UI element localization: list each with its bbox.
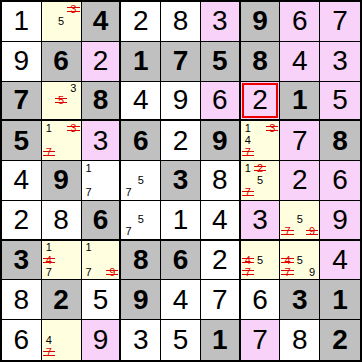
candidate-5: 5 bbox=[294, 254, 306, 266]
candidate-1: 1 bbox=[83, 162, 95, 174]
solved-digit: 8 bbox=[173, 7, 189, 35]
struck-candidate-7: 7 bbox=[242, 266, 254, 278]
struck-candidate-5: 5 bbox=[55, 94, 67, 106]
struck-candidate-3: 3 bbox=[67, 122, 79, 134]
candidate-1: 1 bbox=[83, 242, 95, 254]
candidate-1: 1 bbox=[242, 162, 254, 174]
cell-r1c3[interactable]: 4 bbox=[82, 2, 122, 42]
given-digit: 1 bbox=[292, 86, 308, 114]
cell-r8c9[interactable]: 1 bbox=[320, 280, 360, 320]
given-digit: 5 bbox=[14, 127, 30, 155]
solved-digit: 2 bbox=[93, 47, 109, 75]
struck-candidate-3: 3 bbox=[266, 122, 278, 134]
cell-r8c4[interactable]: 9 bbox=[121, 280, 161, 320]
solved-digit: 2 bbox=[252, 86, 268, 114]
cell-r9c8[interactable]: 8 bbox=[280, 320, 320, 360]
solved-digit: 4 bbox=[212, 206, 228, 234]
candidate-grid: 35 bbox=[42, 2, 81, 41]
given-digit: 6 bbox=[53, 47, 69, 75]
given-digit: 6 bbox=[173, 246, 189, 274]
solved-digit: 9 bbox=[93, 326, 109, 354]
struck-candidate-4: 4 bbox=[281, 254, 293, 266]
solved-digit: 6 bbox=[14, 326, 30, 354]
candidate-4: 4 bbox=[43, 334, 55, 347]
candidate-grid: 1257 bbox=[241, 161, 280, 200]
given-digit: 3 bbox=[173, 166, 189, 194]
cell-r5c9[interactable]: 6 bbox=[320, 161, 360, 201]
cell-r9c4[interactable]: 3 bbox=[121, 320, 161, 360]
solved-digit: 3 bbox=[93, 127, 109, 155]
cell-r5c8[interactable]: 2 bbox=[280, 161, 320, 201]
solved-digit: 9 bbox=[332, 206, 348, 234]
solved-digit: 4 bbox=[292, 47, 308, 75]
cell-r9c3[interactable]: 9 bbox=[82, 320, 122, 360]
solved-digit: 6 bbox=[332, 166, 348, 194]
cell-r8c7[interactable]: 6 bbox=[241, 280, 281, 320]
solved-digit: 3 bbox=[332, 47, 348, 75]
given-digit: 8 bbox=[332, 127, 348, 155]
cell-r4c7[interactable]: 1347 bbox=[241, 121, 281, 161]
cell-r6c2[interactable]: 8 bbox=[42, 201, 82, 241]
solved-digit: 4 bbox=[173, 286, 189, 314]
given-digit: 9 bbox=[133, 286, 149, 314]
cell-r2c7[interactable]: 8 bbox=[241, 42, 281, 82]
cell-r5c6[interactable]: 8 bbox=[201, 161, 241, 201]
struck-candidate-7: 7 bbox=[281, 266, 293, 278]
cell-r6c3[interactable]: 6 bbox=[82, 201, 122, 241]
given-digit: 1 bbox=[212, 326, 228, 354]
cell-r3c9[interactable]: 5 bbox=[320, 82, 360, 122]
cell-r7c7[interactable]: 457 bbox=[241, 241, 281, 281]
cell-r3c1[interactable]: 7 bbox=[2, 82, 42, 122]
given-digit: 7 bbox=[173, 47, 189, 75]
cell-r7c3[interactable]: 179 bbox=[82, 241, 122, 281]
given-digit: 3 bbox=[292, 286, 308, 314]
cell-r4c3[interactable]: 3 bbox=[82, 121, 122, 161]
candidate-5: 5 bbox=[254, 174, 266, 186]
solved-digit: 5 bbox=[332, 86, 348, 114]
solved-digit: 7 bbox=[212, 286, 228, 314]
cell-r6c5[interactable]: 1 bbox=[161, 201, 201, 241]
candidate-5: 5 bbox=[55, 15, 67, 27]
solved-digit: 6 bbox=[252, 286, 268, 314]
cell-r4c5[interactable]: 2 bbox=[161, 121, 201, 161]
solved-digit: 2 bbox=[133, 7, 149, 35]
cell-r2c5[interactable]: 7 bbox=[161, 42, 201, 82]
candidate-grid: 35 bbox=[42, 82, 81, 120]
solved-digit: 8 bbox=[212, 166, 228, 194]
solved-digit: 7 bbox=[292, 127, 308, 155]
candidate-grid: 17 bbox=[82, 161, 120, 200]
cell-r6c4[interactable]: 57 bbox=[121, 201, 161, 241]
cell-r5c2[interactable]: 9 bbox=[42, 161, 82, 201]
solved-digit: 2 bbox=[14, 206, 30, 234]
cell-r2c2[interactable]: 6 bbox=[42, 42, 82, 82]
struck-candidate-9: 9 bbox=[306, 226, 318, 238]
candidate-7: 7 bbox=[83, 266, 95, 278]
given-digit: 1 bbox=[332, 286, 348, 314]
candidate-1: 1 bbox=[43, 122, 55, 134]
candidate-grid: 457 bbox=[241, 241, 280, 280]
struck-candidate-4: 4 bbox=[242, 254, 254, 266]
cell-r3c5[interactable]: 9 bbox=[161, 82, 201, 122]
cell-r7c6[interactable]: 2 bbox=[201, 241, 241, 281]
given-digit: 2 bbox=[53, 286, 69, 314]
struck-candidate-7: 7 bbox=[43, 147, 55, 159]
solved-digit: 2 bbox=[173, 127, 189, 155]
struck-candidate-2: 2 bbox=[254, 162, 266, 174]
candidate-grid: 57 bbox=[121, 161, 160, 200]
cell-r4c4[interactable]: 6 bbox=[121, 121, 161, 161]
candidate-grid: 147 bbox=[42, 241, 81, 280]
candidate-5: 5 bbox=[254, 254, 266, 266]
cell-r7c2[interactable]: 147 bbox=[42, 241, 82, 281]
solved-digit: 9 bbox=[14, 47, 30, 75]
solved-digit: 3 bbox=[252, 206, 268, 234]
solved-digit: 8 bbox=[292, 326, 308, 354]
candidate-7: 7 bbox=[43, 266, 55, 278]
candidate-grid: 4579 bbox=[280, 241, 319, 280]
cell-r1c5[interactable]: 8 bbox=[161, 2, 201, 42]
cell-r7c5[interactable]: 6 bbox=[161, 241, 201, 281]
cell-r3c6[interactable]: 6 bbox=[201, 82, 241, 122]
cell-r1c9[interactable]: 7 bbox=[320, 2, 360, 42]
solved-digit: 3 bbox=[133, 326, 149, 354]
candidate-grid: 57 bbox=[121, 201, 160, 239]
cell-r3c8[interactable]: 1 bbox=[280, 82, 320, 122]
given-digit: 6 bbox=[93, 206, 109, 234]
solved-digit: 7 bbox=[252, 326, 268, 354]
solved-digit: 5 bbox=[173, 326, 189, 354]
candidate-5: 5 bbox=[294, 214, 306, 226]
solved-digit: 4 bbox=[332, 246, 348, 274]
cell-r9c6[interactable]: 1 bbox=[201, 320, 241, 360]
cell-r5c4[interactable]: 57 bbox=[121, 161, 161, 201]
candidate-7: 7 bbox=[122, 226, 134, 238]
cell-r1c2[interactable]: 35 bbox=[42, 2, 82, 42]
cell-r9c5[interactable]: 5 bbox=[161, 320, 201, 360]
cell-r6c1[interactable]: 2 bbox=[2, 201, 42, 241]
cell-r3c3[interactable]: 8 bbox=[82, 82, 122, 122]
cell-r1c1[interactable]: 1 bbox=[2, 2, 42, 42]
cell-r7c8[interactable]: 4579 bbox=[280, 241, 320, 281]
cell-r4c9[interactable]: 8 bbox=[320, 121, 360, 161]
given-digit: 5 bbox=[212, 47, 228, 75]
struck-candidate-7: 7 bbox=[43, 346, 55, 359]
cell-r2c4[interactable]: 1 bbox=[121, 42, 161, 82]
cell-r4c8[interactable]: 7 bbox=[280, 121, 320, 161]
solved-digit: 9 bbox=[173, 86, 189, 114]
solved-digit: 6 bbox=[292, 7, 308, 35]
given-digit: 3 bbox=[14, 246, 30, 274]
struck-candidate-4: 4 bbox=[43, 254, 55, 266]
solved-digit: 8 bbox=[14, 286, 30, 314]
candidate-grid: 179 bbox=[82, 241, 120, 280]
cell-r3c4[interactable]: 4 bbox=[121, 82, 161, 122]
struck-candidate-7: 7 bbox=[242, 147, 254, 159]
cell-r9c9[interactable]: 2 bbox=[320, 320, 360, 360]
given-digit: 2 bbox=[332, 326, 348, 354]
cell-r2c8[interactable]: 4 bbox=[280, 42, 320, 82]
cell-r1c4[interactable]: 2 bbox=[121, 2, 161, 42]
solved-digit: 4 bbox=[14, 166, 30, 194]
cell-r3c2[interactable]: 35 bbox=[42, 82, 82, 122]
solved-digit: 1 bbox=[173, 206, 189, 234]
solved-digit: 6 bbox=[212, 86, 228, 114]
cell-r2c9[interactable]: 3 bbox=[320, 42, 360, 82]
cell-r5c3[interactable]: 17 bbox=[82, 161, 122, 201]
cell-r9c2[interactable]: 47 bbox=[42, 320, 82, 360]
candidate-4: 4 bbox=[242, 135, 254, 147]
candidate-grid: 1347 bbox=[241, 121, 280, 160]
cell-r5c1[interactable]: 4 bbox=[2, 161, 42, 201]
solved-digit: 2 bbox=[292, 166, 308, 194]
candidate-grid: 47 bbox=[42, 320, 81, 360]
cell-r1c6[interactable]: 3 bbox=[201, 2, 241, 42]
cell-r7c9[interactable]: 4 bbox=[320, 241, 360, 281]
solved-digit: 3 bbox=[212, 7, 228, 35]
given-digit: 8 bbox=[133, 246, 149, 274]
candidate-7: 7 bbox=[122, 187, 134, 199]
cell-r1c8[interactable]: 6 bbox=[280, 2, 320, 42]
cell-r2c1[interactable]: 9 bbox=[2, 42, 42, 82]
candidate-1: 1 bbox=[43, 242, 55, 254]
candidate-5: 5 bbox=[135, 174, 147, 186]
cell-r6c9[interactable]: 9 bbox=[320, 201, 360, 241]
solved-digit: 7 bbox=[332, 7, 348, 35]
struck-candidate-3: 3 bbox=[67, 3, 79, 15]
candidate-1: 1 bbox=[242, 122, 254, 134]
sudoku-board: 1354283967962175843735849621551373629134… bbox=[0, 0, 362, 362]
cell-r8c2[interactable]: 2 bbox=[42, 280, 82, 320]
struck-candidate-9: 9 bbox=[106, 266, 118, 278]
cell-r6c6[interactable]: 4 bbox=[201, 201, 241, 241]
given-digit: 1 bbox=[133, 47, 149, 75]
candidate-5: 5 bbox=[135, 214, 147, 226]
struck-candidate-7: 7 bbox=[281, 226, 293, 238]
cell-r6c7[interactable]: 3 bbox=[241, 201, 281, 241]
cell-r4c1[interactable]: 5 bbox=[2, 121, 42, 161]
given-digit: 9 bbox=[252, 7, 268, 35]
cell-r5c5[interactable]: 3 bbox=[161, 161, 201, 201]
given-digit: 4 bbox=[93, 7, 109, 35]
cell-r1c7[interactable]: 9 bbox=[241, 2, 281, 42]
candidate-7: 7 bbox=[83, 187, 95, 199]
given-digit: 7 bbox=[14, 86, 30, 114]
cell-r5c7[interactable]: 1257 bbox=[241, 161, 281, 201]
solved-digit: 1 bbox=[14, 7, 30, 35]
cell-r2c3[interactable]: 2 bbox=[82, 42, 122, 82]
cell-r4c6[interactable]: 9 bbox=[201, 121, 241, 161]
cell-r8c8[interactable]: 3 bbox=[280, 280, 320, 320]
given-digit: 6 bbox=[133, 127, 149, 155]
cell-r4c2[interactable]: 137 bbox=[42, 121, 82, 161]
cell-r8c6[interactable]: 7 bbox=[201, 280, 241, 320]
cell-r7c4[interactable]: 8 bbox=[121, 241, 161, 281]
given-digit: 9 bbox=[53, 166, 69, 194]
given-digit: 8 bbox=[93, 86, 109, 114]
cell-r8c5[interactable]: 4 bbox=[161, 280, 201, 320]
candidate-grid: 137 bbox=[42, 121, 81, 160]
cell-r7c1[interactable]: 3 bbox=[2, 241, 42, 281]
candidate-3: 3 bbox=[67, 83, 79, 95]
cell-r2c6[interactable]: 5 bbox=[201, 42, 241, 82]
solved-digit: 4 bbox=[133, 86, 149, 114]
cell-r9c1[interactable]: 6 bbox=[2, 320, 42, 360]
given-digit: 9 bbox=[212, 127, 228, 155]
struck-candidate-7: 7 bbox=[242, 187, 254, 199]
candidate-grid: 579 bbox=[280, 201, 319, 239]
solved-digit: 8 bbox=[53, 206, 69, 234]
given-digit: 8 bbox=[252, 47, 268, 75]
cell-r8c3[interactable]: 5 bbox=[82, 280, 122, 320]
cell-r3c7[interactable]: 2 bbox=[241, 82, 281, 122]
cell-r6c8[interactable]: 579 bbox=[280, 201, 320, 241]
solved-digit: 2 bbox=[212, 246, 228, 274]
solved-digit: 5 bbox=[93, 286, 109, 314]
cell-r9c7[interactable]: 7 bbox=[241, 320, 281, 360]
cell-r8c1[interactable]: 8 bbox=[2, 280, 42, 320]
candidate-9: 9 bbox=[306, 266, 318, 278]
